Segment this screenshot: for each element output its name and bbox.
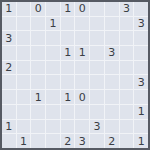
cell-r6c3[interactable] — [31, 75, 45, 89]
cell-r4c8[interactable]: 3 — [105, 46, 119, 60]
cell-r7c5[interactable]: 1 — [61, 90, 75, 104]
cell-r6c4[interactable] — [46, 75, 60, 89]
clue-digit: 3 — [5, 33, 12, 44]
cell-r4c2[interactable] — [17, 46, 31, 60]
cell-r5c7[interactable] — [90, 61, 104, 75]
cell-r10c4[interactable] — [46, 134, 60, 148]
cell-r10c8[interactable]: 2 — [105, 134, 119, 148]
cell-r1c8[interactable] — [105, 2, 119, 16]
cell-r6c6[interactable] — [75, 75, 89, 89]
cell-r9c7[interactable]: 3 — [90, 120, 104, 134]
clue-digit: 0 — [35, 3, 42, 14]
clue-digit: 3 — [94, 121, 101, 132]
clue-digit: 1 — [64, 92, 71, 103]
cell-r9c5[interactable] — [61, 120, 75, 134]
clue-digit: 2 — [108, 136, 115, 147]
cell-r5c2[interactable] — [17, 61, 31, 75]
cell-r1c7[interactable] — [90, 2, 104, 16]
clue-digit: 3 — [108, 47, 115, 58]
cell-r9c4[interactable] — [46, 120, 60, 134]
cell-r5c3[interactable] — [31, 61, 45, 75]
clue-digit: 1 — [64, 47, 71, 58]
clue-digit: 1 — [35, 92, 42, 103]
cell-r6c8[interactable] — [105, 75, 119, 89]
cell-r4c7[interactable] — [90, 46, 104, 60]
cell-r2c5[interactable] — [61, 17, 75, 31]
cell-r10c2[interactable]: 1 — [17, 134, 31, 148]
cell-r9c3[interactable] — [31, 120, 45, 134]
cell-r10c9[interactable] — [120, 134, 134, 148]
cell-r5c1[interactable]: 2 — [2, 61, 16, 75]
cell-r1c4[interactable] — [46, 2, 60, 16]
cell-r3c1[interactable]: 3 — [2, 31, 16, 45]
clue-digit: 0 — [79, 92, 86, 103]
cell-r2c10[interactable]: 3 — [134, 17, 148, 31]
cell-r3c5[interactable] — [61, 31, 75, 45]
cell-r7c3[interactable]: 1 — [31, 90, 45, 104]
cell-r8c6[interactable] — [75, 105, 89, 119]
cell-r9c2[interactable] — [17, 120, 31, 134]
clue-digit: 1 — [138, 106, 145, 117]
cell-r7c9[interactable] — [120, 90, 134, 104]
cell-r3c6[interactable] — [75, 31, 89, 45]
cell-r7c2[interactable] — [17, 90, 31, 104]
cell-r7c7[interactable] — [90, 90, 104, 104]
cell-r1c9[interactable]: 3 — [120, 2, 134, 16]
cell-r1c1[interactable]: 1 — [2, 2, 16, 16]
cell-r8c2[interactable] — [17, 105, 31, 119]
cell-r5c9[interactable] — [120, 61, 134, 75]
cell-r3c4[interactable] — [46, 31, 60, 45]
cell-r3c9[interactable] — [120, 31, 134, 45]
cell-r4c5[interactable]: 1 — [61, 46, 75, 60]
clue-digit: 1 — [138, 136, 145, 147]
clue-digit: 1 — [64, 3, 71, 14]
cell-r9c8[interactable] — [105, 120, 119, 134]
cell-r6c5[interactable] — [61, 75, 75, 89]
clue-digit: 1 — [49, 18, 56, 29]
cell-r8c1[interactable] — [2, 105, 16, 119]
cell-r8c3[interactable] — [31, 105, 45, 119]
cell-r7c10[interactable] — [134, 90, 148, 104]
clue-digit: 3 — [138, 18, 145, 29]
cell-r7c6[interactable]: 0 — [75, 90, 89, 104]
cell-r6c2[interactable] — [17, 75, 31, 89]
cell-r4c6[interactable]: 1 — [75, 46, 89, 60]
clue-digit: 2 — [64, 136, 71, 147]
cell-r8c5[interactable] — [61, 105, 75, 119]
cell-r4c10[interactable] — [134, 46, 148, 60]
cell-r1c2[interactable] — [17, 2, 31, 16]
cell-r7c4[interactable] — [46, 90, 60, 104]
cell-r10c6[interactable]: 3 — [75, 134, 89, 148]
cell-r1c6[interactable]: 0 — [75, 2, 89, 16]
cell-r5c8[interactable] — [105, 61, 119, 75]
clue-digit: 2 — [5, 62, 12, 73]
clue-digit: 1 — [20, 136, 27, 147]
cell-r1c3[interactable]: 0 — [31, 2, 45, 16]
cell-r2c4[interactable]: 1 — [46, 17, 60, 31]
cell-r4c4[interactable] — [46, 46, 60, 60]
cell-r8c4[interactable] — [46, 105, 60, 119]
cell-r6c9[interactable] — [120, 75, 134, 89]
cell-r10c3[interactable] — [31, 134, 45, 148]
clue-digit: 1 — [79, 47, 86, 58]
cell-r4c3[interactable] — [31, 46, 45, 60]
cell-r1c5[interactable]: 1 — [61, 2, 75, 16]
cell-r4c9[interactable] — [120, 46, 134, 60]
cell-r6c7[interactable] — [90, 75, 104, 89]
cell-r3c7[interactable] — [90, 31, 104, 45]
clue-digit: 1 — [5, 3, 12, 14]
cell-r10c1[interactable] — [2, 134, 16, 148]
cell-r8c7[interactable] — [90, 105, 104, 119]
clue-digit: 1 — [5, 121, 12, 132]
clue-digit: 3 — [123, 3, 130, 14]
cell-r10c7[interactable] — [90, 134, 104, 148]
cell-r7c8[interactable] — [105, 90, 119, 104]
cell-r9c10[interactable] — [134, 120, 148, 134]
cell-r4c1[interactable] — [2, 46, 16, 60]
cell-r3c3[interactable] — [31, 31, 45, 45]
cell-r2c3[interactable] — [31, 17, 45, 31]
cell-r5c4[interactable] — [46, 61, 60, 75]
cell-r8c9[interactable] — [120, 105, 134, 119]
cell-r8c10[interactable]: 1 — [134, 105, 148, 119]
cell-r5c6[interactable] — [75, 61, 89, 75]
cell-r10c5[interactable]: 2 — [61, 134, 75, 148]
cell-r8c8[interactable] — [105, 105, 119, 119]
slitherlink-board: 101031331132311011312321 — [0, 0, 150, 150]
cell-r7c1[interactable] — [2, 90, 16, 104]
cell-r10c10[interactable]: 1 — [134, 134, 148, 148]
cell-r2c6[interactable] — [75, 17, 89, 31]
cell-r5c10[interactable] — [134, 61, 148, 75]
clue-digit: 3 — [79, 136, 86, 147]
cell-r9c1[interactable]: 1 — [2, 120, 16, 134]
cell-r9c6[interactable] — [75, 120, 89, 134]
cell-r6c1[interactable] — [2, 75, 16, 89]
cell-r6c10[interactable]: 3 — [134, 75, 148, 89]
cell-r9c9[interactable] — [120, 120, 134, 134]
cell-r2c9[interactable] — [120, 17, 134, 31]
cell-r2c2[interactable] — [17, 17, 31, 31]
cell-r1c10[interactable] — [134, 2, 148, 16]
cell-r2c8[interactable] — [105, 17, 119, 31]
cell-r3c10[interactable] — [134, 31, 148, 45]
cell-r3c8[interactable] — [105, 31, 119, 45]
cell-r5c5[interactable] — [61, 61, 75, 75]
cell-r2c7[interactable] — [90, 17, 104, 31]
cell-r2c1[interactable] — [2, 17, 16, 31]
clue-digit: 3 — [138, 77, 145, 88]
cell-r3c2[interactable] — [17, 31, 31, 45]
clue-digit: 0 — [79, 3, 86, 14]
